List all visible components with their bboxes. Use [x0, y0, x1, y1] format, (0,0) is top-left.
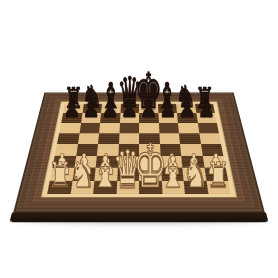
board-square: [201, 144, 224, 155]
board-square: [158, 113, 178, 123]
board-square: [195, 104, 215, 113]
board-square: [59, 123, 80, 133]
board-square: [74, 155, 97, 167]
board-square: [118, 144, 139, 155]
board-square: [182, 168, 206, 181]
board-square: [61, 113, 82, 123]
board-square: [117, 155, 139, 167]
board-square: [72, 168, 96, 181]
board-square: [179, 133, 201, 144]
board-square: [158, 123, 178, 133]
chess-set-photo[interactable]: ♜♞♝♛♚♝♞♜♟♟♟♟♟♟♟♟♟♟♟♟♟♟♟♟♜♞♝♛♚♝♞♜: [0, 0, 278, 278]
board-square: [97, 144, 119, 155]
board-square: [196, 113, 217, 123]
board-square: [120, 104, 139, 113]
board-square: [197, 123, 218, 133]
board-square: [139, 155, 161, 167]
board-square: [160, 155, 182, 167]
board-edge: [9, 213, 268, 223]
board-square: [52, 155, 75, 167]
board-square: [158, 104, 177, 113]
board-square: [139, 180, 162, 194]
board-square: [96, 155, 118, 167]
board-square: [70, 180, 94, 194]
board-square: [94, 168, 117, 181]
board-square: [184, 180, 208, 194]
board-square: [139, 123, 159, 133]
board-square: [119, 133, 140, 144]
board-square: [139, 144, 160, 155]
board-square: [161, 168, 184, 181]
board-square: [100, 113, 120, 123]
board-square: [117, 168, 139, 181]
board-square: [176, 104, 196, 113]
board-square: [206, 180, 231, 194]
board-square: [57, 133, 79, 144]
board-square: [79, 123, 100, 133]
board-square: [76, 144, 98, 155]
board-square: [120, 113, 139, 123]
chess-board: [13, 92, 265, 212]
board-square: [204, 168, 228, 181]
board-square: [47, 180, 72, 194]
board-square: [139, 113, 158, 123]
board-square: [202, 155, 225, 167]
board-square: [139, 168, 161, 181]
board-square: [177, 113, 197, 123]
board-square: [199, 133, 221, 144]
board-square: [93, 180, 117, 194]
board-square: [160, 144, 182, 155]
board-square: [63, 104, 83, 113]
board-square: [161, 180, 185, 194]
board-squares: [47, 104, 231, 194]
board-square: [139, 133, 160, 144]
board-square: [82, 104, 102, 113]
board-square: [116, 180, 139, 194]
board-square: [178, 123, 199, 133]
board-square: [55, 144, 78, 155]
board-square: [101, 104, 120, 113]
board-square: [139, 104, 158, 113]
board-square: [98, 133, 119, 144]
board-square: [181, 155, 204, 167]
board-square: [119, 123, 139, 133]
board-square: [99, 123, 119, 133]
board-square: [50, 168, 74, 181]
board-square: [78, 133, 100, 144]
board-square: [180, 144, 202, 155]
board-square: [159, 133, 180, 144]
board-square: [81, 113, 101, 123]
